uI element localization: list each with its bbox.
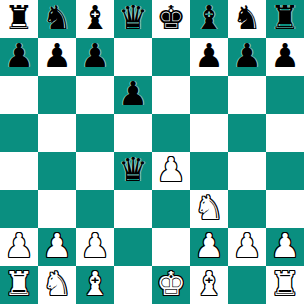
square-h1[interactable]: ♜ (266, 266, 304, 304)
square-b7[interactable]: ♟ (38, 38, 76, 76)
square-g2[interactable]: ♟ (228, 228, 266, 266)
piece-black-knight[interactable]: ♞ (232, 0, 262, 37)
square-h7[interactable]: ♟ (266, 38, 304, 76)
square-d5[interactable] (114, 114, 152, 152)
square-h8[interactable]: ♜ (266, 0, 304, 38)
square-b5[interactable] (38, 114, 76, 152)
piece-black-queen[interactable]: ♛ (118, 152, 148, 189)
square-e2[interactable] (152, 228, 190, 266)
square-a7[interactable]: ♟ (0, 38, 38, 76)
square-a6[interactable] (0, 76, 38, 114)
piece-black-knight[interactable]: ♞ (42, 0, 72, 37)
piece-black-queen[interactable]: ♛ (118, 0, 148, 37)
piece-black-pawn[interactable]: ♟ (118, 76, 148, 113)
square-a4[interactable] (0, 152, 38, 190)
square-h2[interactable]: ♟ (266, 228, 304, 266)
square-g8[interactable]: ♞ (228, 0, 266, 38)
square-b1[interactable]: ♞ (38, 266, 76, 304)
square-d6[interactable]: ♟ (114, 76, 152, 114)
square-g7[interactable]: ♟ (228, 38, 266, 76)
piece-white-pawn[interactable]: ♟ (4, 228, 34, 265)
piece-black-rook[interactable]: ♜ (4, 0, 34, 37)
square-e3[interactable] (152, 190, 190, 228)
square-g4[interactable] (228, 152, 266, 190)
square-e4[interactable]: ♟ (152, 152, 190, 190)
square-b3[interactable] (38, 190, 76, 228)
piece-black-pawn[interactable]: ♟ (42, 38, 72, 75)
square-a2[interactable]: ♟ (0, 228, 38, 266)
piece-white-pawn[interactable]: ♟ (270, 228, 300, 265)
piece-black-pawn[interactable]: ♟ (4, 38, 34, 75)
piece-white-pawn[interactable]: ♟ (80, 228, 110, 265)
square-d1[interactable] (114, 266, 152, 304)
square-c8[interactable]: ♝ (76, 0, 114, 38)
square-h6[interactable] (266, 76, 304, 114)
square-f6[interactable] (190, 76, 228, 114)
piece-white-rook[interactable]: ♜ (4, 266, 34, 303)
square-e1[interactable]: ♚ (152, 266, 190, 304)
square-c5[interactable] (76, 114, 114, 152)
square-f1[interactable]: ♝ (190, 266, 228, 304)
square-c6[interactable] (76, 76, 114, 114)
square-b8[interactable]: ♞ (38, 0, 76, 38)
piece-white-knight[interactable]: ♞ (42, 266, 72, 303)
square-d4[interactable]: ♛ (114, 152, 152, 190)
piece-black-pawn[interactable]: ♟ (194, 38, 224, 75)
square-g3[interactable] (228, 190, 266, 228)
square-c1[interactable]: ♝ (76, 266, 114, 304)
square-e7[interactable] (152, 38, 190, 76)
piece-white-knight[interactable]: ♞ (194, 190, 224, 227)
square-a3[interactable] (0, 190, 38, 228)
square-h3[interactable] (266, 190, 304, 228)
square-b4[interactable] (38, 152, 76, 190)
square-c4[interactable] (76, 152, 114, 190)
piece-black-bishop[interactable]: ♝ (194, 0, 224, 37)
square-f5[interactable] (190, 114, 228, 152)
square-f7[interactable]: ♟ (190, 38, 228, 76)
square-e5[interactable] (152, 114, 190, 152)
piece-black-pawn[interactable]: ♟ (270, 38, 300, 75)
square-d2[interactable] (114, 228, 152, 266)
square-c7[interactable]: ♟ (76, 38, 114, 76)
square-e8[interactable]: ♚ (152, 0, 190, 38)
square-d7[interactable] (114, 38, 152, 76)
square-h5[interactable] (266, 114, 304, 152)
square-d3[interactable] (114, 190, 152, 228)
square-a8[interactable]: ♜ (0, 0, 38, 38)
piece-black-pawn[interactable]: ♟ (232, 38, 262, 75)
square-a1[interactable]: ♜ (0, 266, 38, 304)
piece-black-pawn[interactable]: ♟ (80, 38, 110, 75)
square-b2[interactable]: ♟ (38, 228, 76, 266)
square-g5[interactable] (228, 114, 266, 152)
square-c3[interactable] (76, 190, 114, 228)
square-a5[interactable] (0, 114, 38, 152)
piece-white-king[interactable]: ♚ (156, 266, 186, 303)
chess-board: ♜♞♝♛♚♝♞♜♟♟♟♟♟♟♟♛♟♞♟♟♟♟♟♟♜♞♝♚♝♜ (0, 0, 304, 304)
square-f2[interactable]: ♟ (190, 228, 228, 266)
square-b6[interactable] (38, 76, 76, 114)
square-h4[interactable] (266, 152, 304, 190)
piece-white-rook[interactable]: ♜ (270, 266, 300, 303)
piece-black-king[interactable]: ♚ (156, 0, 186, 37)
piece-white-pawn[interactable]: ♟ (156, 152, 186, 189)
piece-black-bishop[interactable]: ♝ (80, 0, 110, 37)
piece-white-pawn[interactable]: ♟ (42, 228, 72, 265)
square-f4[interactable] (190, 152, 228, 190)
square-g6[interactable] (228, 76, 266, 114)
square-c2[interactable]: ♟ (76, 228, 114, 266)
piece-white-bishop[interactable]: ♝ (80, 266, 110, 303)
square-f8[interactable]: ♝ (190, 0, 228, 38)
piece-white-pawn[interactable]: ♟ (194, 228, 224, 265)
square-g1[interactable] (228, 266, 266, 304)
square-f3[interactable]: ♞ (190, 190, 228, 228)
piece-white-bishop[interactable]: ♝ (194, 266, 224, 303)
square-d8[interactable]: ♛ (114, 0, 152, 38)
piece-white-pawn[interactable]: ♟ (232, 228, 262, 265)
square-e6[interactable] (152, 76, 190, 114)
piece-black-rook[interactable]: ♜ (270, 0, 300, 37)
